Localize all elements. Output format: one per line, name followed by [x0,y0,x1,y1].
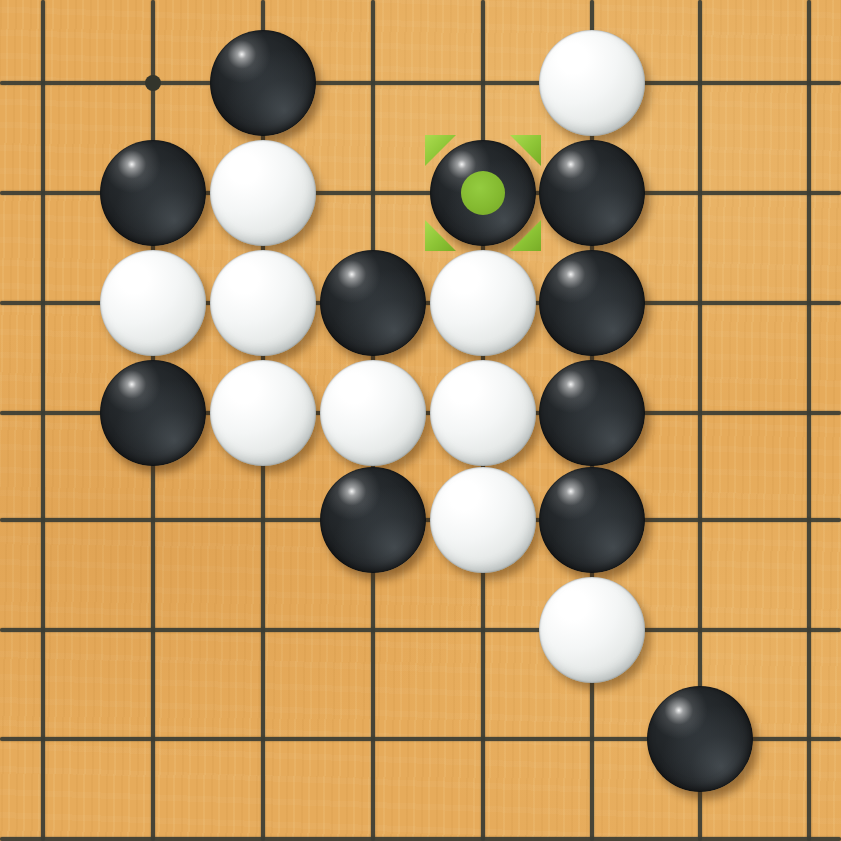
last-move-marker [425,135,541,251]
white-stone [430,360,536,466]
last-move-corner-bracket-icon [510,135,541,166]
star-point [145,75,161,91]
grid-line-horizontal [0,837,841,841]
black-stone [539,250,645,356]
last-move-corner-bracket-icon [425,220,456,251]
black-stone [320,250,426,356]
grid-line-vertical [41,0,45,841]
white-stone [210,250,316,356]
black-stone [647,686,753,792]
white-stone [320,360,426,466]
white-stone [210,360,316,466]
white-stone [430,467,536,573]
black-stone [100,140,206,246]
black-stone [210,30,316,136]
white-stone [539,577,645,683]
black-stone [539,360,645,466]
black-stone [539,140,645,246]
go-board[interactable] [0,0,841,841]
last-move-corner-bracket-icon [425,135,456,166]
last-move-dot-icon [461,171,505,215]
last-move-corner-bracket-icon [510,220,541,251]
white-stone [210,140,316,246]
black-stone [539,467,645,573]
black-stone [320,467,426,573]
black-stone [100,360,206,466]
white-stone [430,250,536,356]
grid-line-horizontal [0,628,841,632]
grid-line-horizontal [0,81,841,85]
white-stone [100,250,206,356]
white-stone [539,30,645,136]
grid-line-vertical [807,0,811,841]
